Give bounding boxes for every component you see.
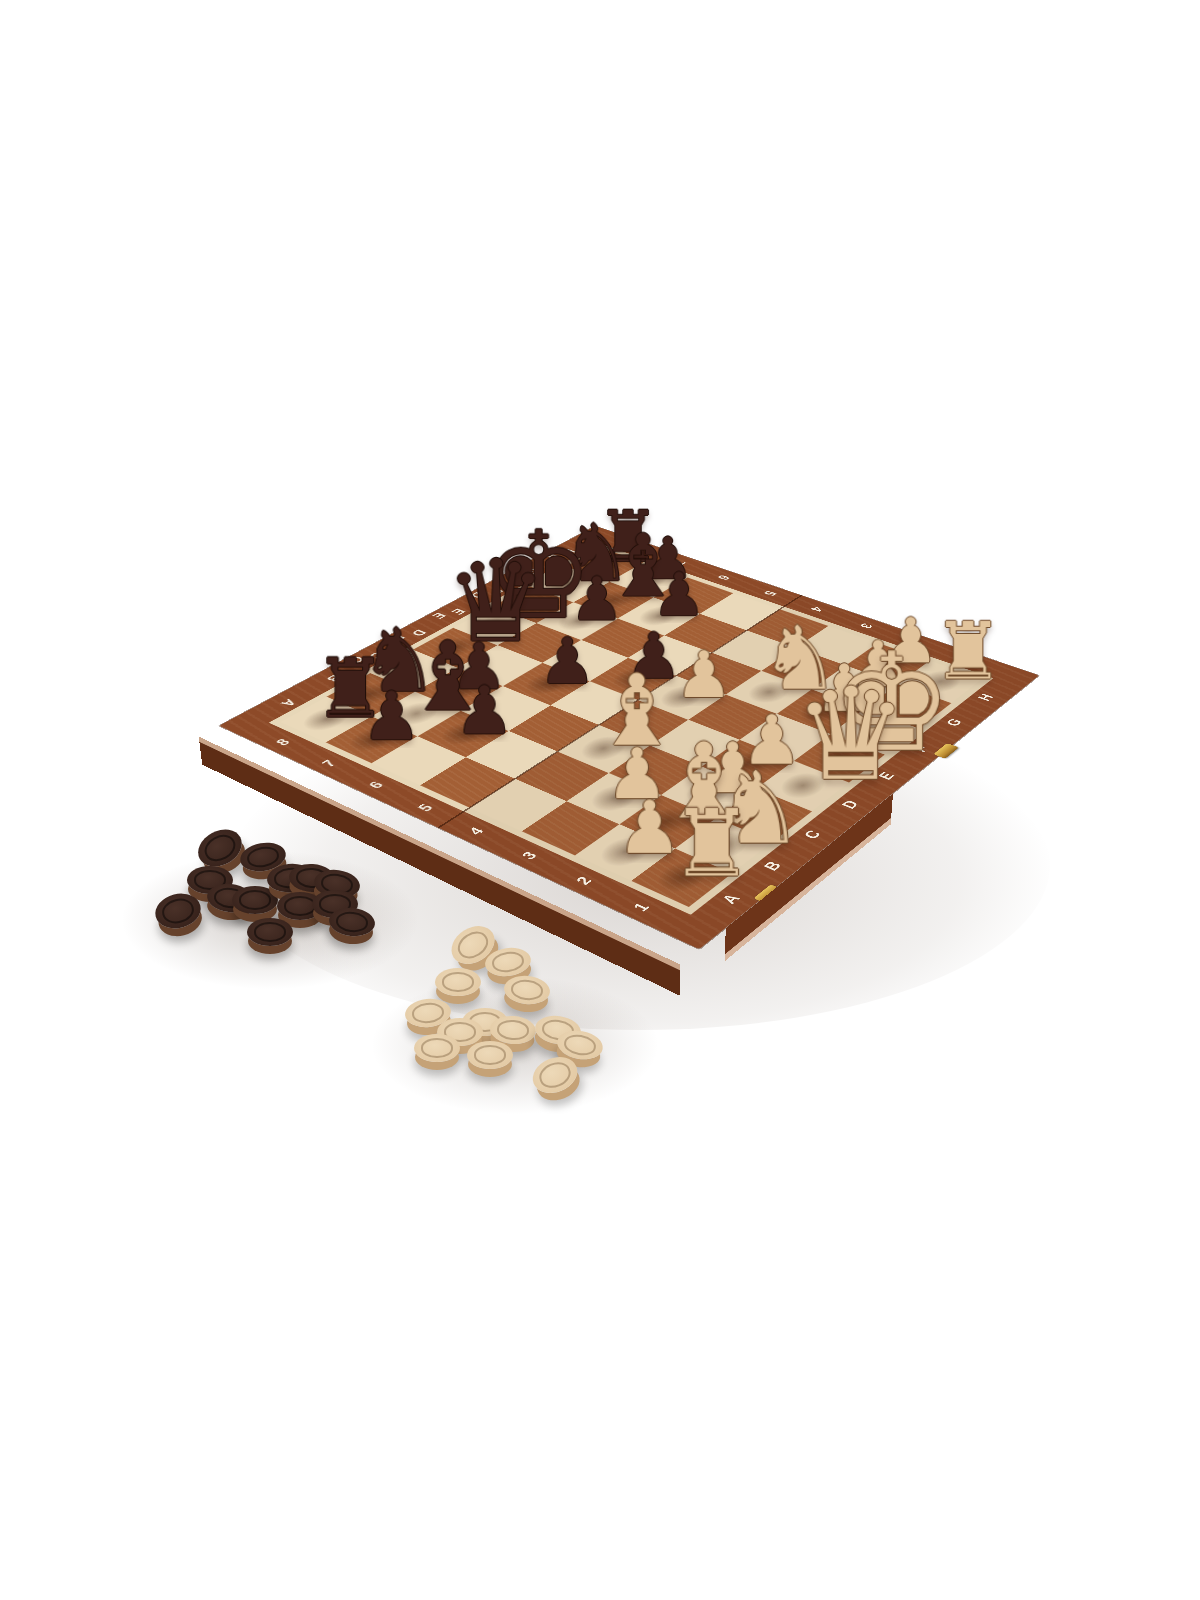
rank-label-near-5: 5: [410, 800, 441, 817]
rank-label-far-6: 6: [711, 572, 736, 583]
rank-label-far-8: 8: [623, 542, 647, 553]
x: A: [573, 532, 597, 542]
rank-label-near-6: 6: [362, 777, 393, 793]
checker-light-11: [467, 1041, 513, 1069]
checker-dark-5: [152, 889, 205, 933]
rank-label-far-5: 5: [757, 587, 782, 599]
checker-dark-6: [232, 886, 278, 914]
checker-light-3: [435, 968, 481, 996]
x: C: [502, 569, 527, 580]
rank-label-near-7: 7: [314, 756, 344, 772]
checker-dark-12: [247, 918, 293, 946]
checker-dark-1: [192, 822, 249, 874]
black-bishop-g7: ♝: [604, 525, 661, 607]
rank-label-near-8: 8: [269, 735, 299, 750]
checker-light-10: [414, 1034, 460, 1062]
chess-set-scene: ♜♞♛♚♞♜♟♝♟♟♝♟♟♟♟♟♝♟♟♞♟♝♟♟♟♟♟♜♞♛♚♜ AABBCCD…: [346, 408, 930, 992]
rank-label-far-7: 7: [666, 557, 691, 568]
